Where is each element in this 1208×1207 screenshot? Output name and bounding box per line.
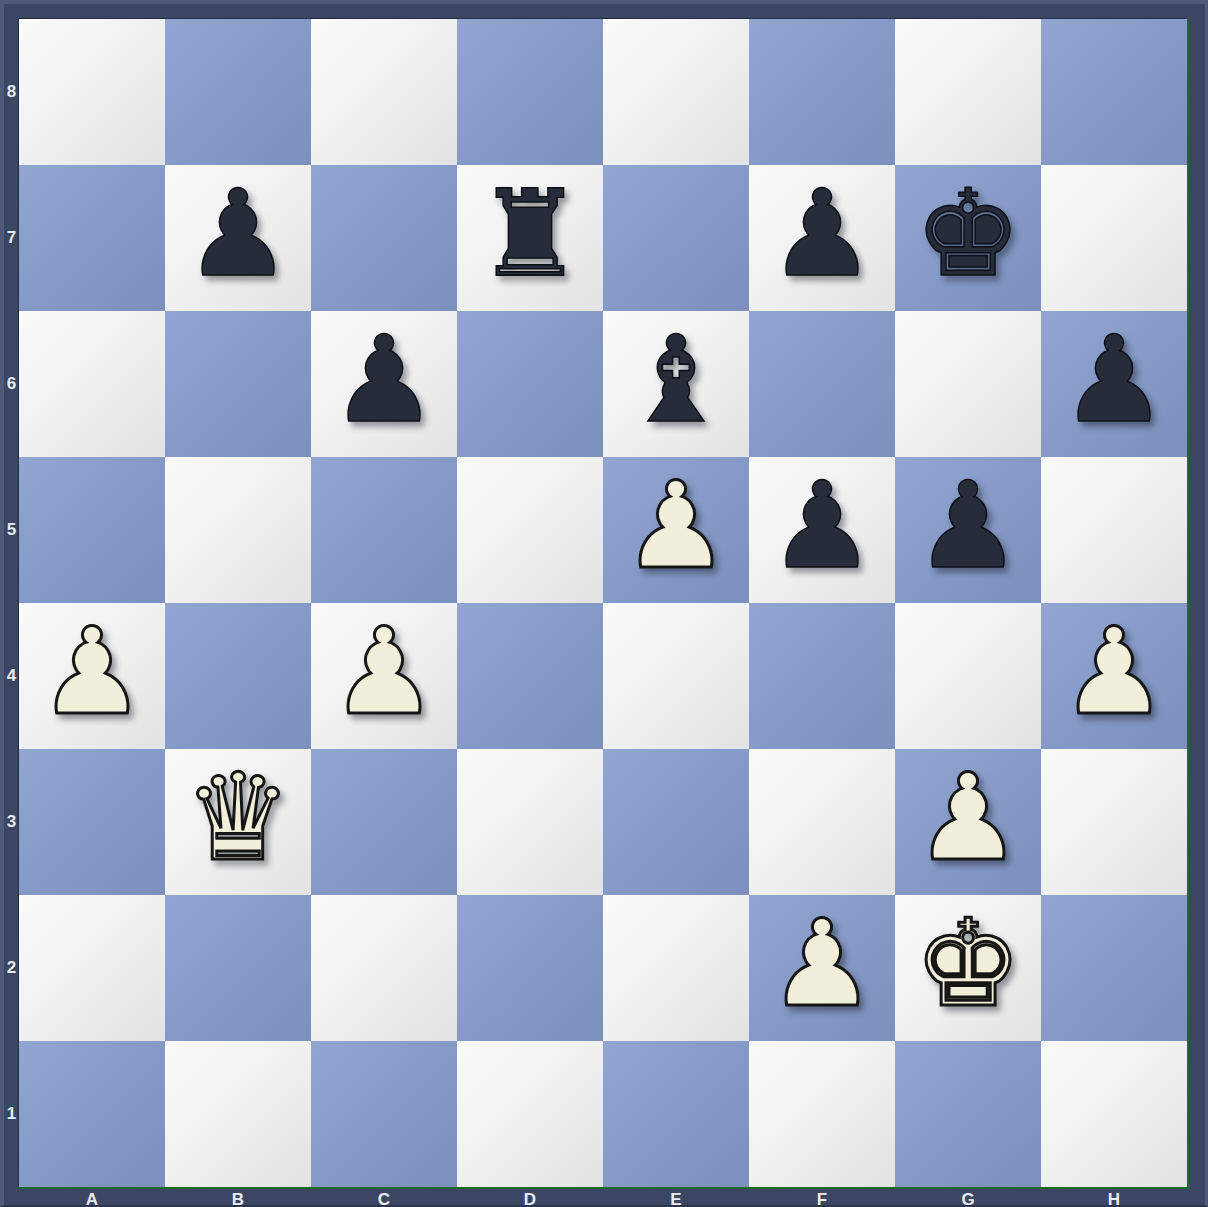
square-h2[interactable] bbox=[1041, 895, 1187, 1041]
square-g8[interactable] bbox=[895, 19, 1041, 165]
piece-white-pawn-g3[interactable]: ♟ bbox=[914, 758, 1022, 878]
square-b8[interactable] bbox=[165, 19, 311, 165]
file-label-b: B bbox=[165, 1190, 311, 1207]
piece-white-pawn-c4[interactable]: ♟ bbox=[330, 612, 438, 732]
piece-white-pawn-h4[interactable]: ♟ bbox=[1060, 612, 1168, 732]
piece-white-pawn-a4[interactable]: ♟ bbox=[38, 612, 146, 732]
square-f7[interactable]: ♟ bbox=[749, 165, 895, 311]
square-f3[interactable] bbox=[749, 749, 895, 895]
square-d4[interactable] bbox=[457, 603, 603, 749]
square-b3[interactable]: ♛ bbox=[165, 749, 311, 895]
square-a5[interactable] bbox=[19, 457, 165, 603]
piece-black-pawn-g5[interactable]: ♟ bbox=[914, 466, 1022, 586]
file-label-h: H bbox=[1041, 1190, 1187, 1207]
square-c3[interactable] bbox=[311, 749, 457, 895]
square-c1[interactable] bbox=[311, 1041, 457, 1187]
piece-black-rook-d7[interactable]: ♜ bbox=[476, 174, 584, 294]
piece-black-bishop-e6[interactable]: ♝ bbox=[622, 320, 730, 440]
square-a6[interactable] bbox=[19, 311, 165, 457]
file-label-g: G bbox=[895, 1190, 1041, 1207]
square-e7[interactable] bbox=[603, 165, 749, 311]
square-e3[interactable] bbox=[603, 749, 749, 895]
file-label-d: D bbox=[457, 1190, 603, 1207]
square-b7[interactable]: ♟ bbox=[165, 165, 311, 311]
square-e1[interactable] bbox=[603, 1041, 749, 1187]
square-d8[interactable] bbox=[457, 19, 603, 165]
piece-black-king-g7[interactable]: ♚ bbox=[914, 174, 1022, 294]
piece-black-pawn-h6[interactable]: ♟ bbox=[1060, 320, 1168, 440]
square-e6[interactable]: ♝ bbox=[603, 311, 749, 457]
square-f1[interactable] bbox=[749, 1041, 895, 1187]
square-g5[interactable]: ♟ bbox=[895, 457, 1041, 603]
square-e8[interactable] bbox=[603, 19, 749, 165]
square-a2[interactable] bbox=[19, 895, 165, 1041]
square-f8[interactable] bbox=[749, 19, 895, 165]
square-d5[interactable] bbox=[457, 457, 603, 603]
square-e5[interactable]: ♟ bbox=[603, 457, 749, 603]
square-c4[interactable]: ♟ bbox=[311, 603, 457, 749]
file-labels-strip: ABCDEFGH bbox=[19, 1190, 1187, 1207]
square-b4[interactable] bbox=[165, 603, 311, 749]
square-h1[interactable] bbox=[1041, 1041, 1187, 1187]
piece-white-pawn-f2[interactable]: ♟ bbox=[768, 904, 876, 1024]
square-d2[interactable] bbox=[457, 895, 603, 1041]
square-b5[interactable] bbox=[165, 457, 311, 603]
square-d3[interactable] bbox=[457, 749, 603, 895]
square-a3[interactable] bbox=[19, 749, 165, 895]
square-f6[interactable] bbox=[749, 311, 895, 457]
rank-label-1: 1 bbox=[4, 1041, 19, 1187]
square-h6[interactable]: ♟ bbox=[1041, 311, 1187, 457]
square-a8[interactable] bbox=[19, 19, 165, 165]
square-e2[interactable] bbox=[603, 895, 749, 1041]
square-g7[interactable]: ♚ bbox=[895, 165, 1041, 311]
square-c6[interactable]: ♟ bbox=[311, 311, 457, 457]
rank-label-3: 3 bbox=[4, 749, 19, 895]
square-h5[interactable] bbox=[1041, 457, 1187, 603]
piece-white-pawn-e5[interactable]: ♟ bbox=[622, 466, 730, 586]
rank-labels-strip: 87654321 bbox=[4, 19, 19, 1187]
square-g6[interactable] bbox=[895, 311, 1041, 457]
square-h4[interactable]: ♟ bbox=[1041, 603, 1187, 749]
file-label-a: A bbox=[19, 1190, 165, 1207]
square-c2[interactable] bbox=[311, 895, 457, 1041]
square-f4[interactable] bbox=[749, 603, 895, 749]
chess-app-window: 87654321 ♟♜♟♚♟♝♟♟♟♟♟♟♟♛♟♟♚ ABCDEFGH bbox=[0, 0, 1208, 1207]
square-d7[interactable]: ♜ bbox=[457, 165, 603, 311]
piece-white-king-g2[interactable]: ♚ bbox=[914, 904, 1022, 1024]
rank-label-6: 6 bbox=[4, 311, 19, 457]
square-b6[interactable] bbox=[165, 311, 311, 457]
square-d1[interactable] bbox=[457, 1041, 603, 1187]
rank-label-4: 4 bbox=[4, 603, 19, 749]
piece-white-queen-b3[interactable]: ♛ bbox=[184, 758, 292, 878]
rank-label-5: 5 bbox=[4, 457, 19, 603]
square-c8[interactable] bbox=[311, 19, 457, 165]
square-c5[interactable] bbox=[311, 457, 457, 603]
piece-black-pawn-b7[interactable]: ♟ bbox=[184, 174, 292, 294]
rank-label-7: 7 bbox=[4, 165, 19, 311]
square-a4[interactable]: ♟ bbox=[19, 603, 165, 749]
square-d6[interactable] bbox=[457, 311, 603, 457]
square-c7[interactable] bbox=[311, 165, 457, 311]
piece-black-pawn-c6[interactable]: ♟ bbox=[330, 320, 438, 440]
square-e4[interactable] bbox=[603, 603, 749, 749]
square-h7[interactable] bbox=[1041, 165, 1187, 311]
square-g2[interactable]: ♚ bbox=[895, 895, 1041, 1041]
square-b1[interactable] bbox=[165, 1041, 311, 1187]
chess-board: ♟♜♟♚♟♝♟♟♟♟♟♟♟♛♟♟♚ bbox=[19, 19, 1187, 1187]
square-h8[interactable] bbox=[1041, 19, 1187, 165]
file-label-c: C bbox=[311, 1190, 457, 1207]
piece-black-pawn-f5[interactable]: ♟ bbox=[768, 466, 876, 586]
square-g1[interactable] bbox=[895, 1041, 1041, 1187]
square-f5[interactable]: ♟ bbox=[749, 457, 895, 603]
square-a1[interactable] bbox=[19, 1041, 165, 1187]
square-g4[interactable] bbox=[895, 603, 1041, 749]
square-f2[interactable]: ♟ bbox=[749, 895, 895, 1041]
file-label-e: E bbox=[603, 1190, 749, 1207]
square-a7[interactable] bbox=[19, 165, 165, 311]
rank-label-8: 8 bbox=[4, 19, 19, 165]
square-g3[interactable]: ♟ bbox=[895, 749, 1041, 895]
piece-black-pawn-f7[interactable]: ♟ bbox=[768, 174, 876, 294]
square-b2[interactable] bbox=[165, 895, 311, 1041]
file-label-f: F bbox=[749, 1190, 895, 1207]
square-h3[interactable] bbox=[1041, 749, 1187, 895]
rank-label-2: 2 bbox=[4, 895, 19, 1041]
